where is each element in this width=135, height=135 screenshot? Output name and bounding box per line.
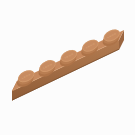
lego-plate-render: LEGO LEGO LEGO LEGO <box>0 0 135 135</box>
product-image: LEGO LEGO LEGO LEGO <box>0 0 135 135</box>
